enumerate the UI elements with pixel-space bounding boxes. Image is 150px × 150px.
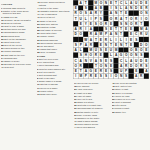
grid-cell[interactable]: N xyxy=(134,53,139,58)
grid-cell[interactable]: A xyxy=(144,69,149,74)
black-cell xyxy=(94,27,99,32)
grid-cell[interactable]: R xyxy=(94,11,99,16)
clue-text: Tiny amount xyxy=(77,85,89,87)
grid-cell[interactable]: T xyxy=(94,37,99,42)
grid-cell[interactable]: P xyxy=(78,42,83,47)
grid-cell[interactable]: A xyxy=(83,42,88,47)
grid-cell[interactable]: S xyxy=(94,21,99,26)
clue-text: Shade of beige xyxy=(4,60,19,62)
grid-cell[interactable]: R xyxy=(124,63,129,68)
grid-cell[interactable]: A xyxy=(114,53,119,58)
clue-text: Painters' cloths xyxy=(40,26,55,28)
clue-text: Study of light xyxy=(115,88,128,90)
grid-cell[interactable]: O xyxy=(78,11,83,16)
clue-column-3: 17 Green film on a pond18 Tiny amount23 … xyxy=(74,82,111,149)
clue-text: First name at Giverny xyxy=(40,29,62,31)
grid-cell[interactable]: A xyxy=(119,63,124,68)
clue-text: Touch of paint xyxy=(115,107,129,109)
grid-cell[interactable]: E xyxy=(73,6,78,11)
grid-cell[interactable]: O xyxy=(129,53,134,58)
grid-cell[interactable]: M xyxy=(88,48,93,53)
clue-text: Leaper on a lily pad xyxy=(115,98,135,100)
grid-cell[interactable]: E xyxy=(99,37,104,42)
black-cell xyxy=(83,32,88,37)
clue-text: Like plein-air painting xyxy=(115,82,136,84)
grid-cell[interactable]: S xyxy=(134,37,139,42)
grid-cell[interactable]: C xyxy=(119,0,124,5)
grid-cell[interactable]: U xyxy=(144,32,149,37)
grid-cell[interactable]: R xyxy=(134,16,139,21)
grid-cell[interactable]: A xyxy=(88,11,93,16)
grid-cell[interactable]: S xyxy=(109,69,114,74)
clue-text: Burning passions xyxy=(40,39,57,41)
grid-cell[interactable]: L xyxy=(124,58,129,63)
clue-item: 13 Draw once more xyxy=(37,93,72,96)
clue-text: Spot for a koi pond xyxy=(39,58,58,60)
grid-cell[interactable]: R xyxy=(104,21,109,26)
clue-text: Contents of a paint tube xyxy=(77,104,101,106)
grid-cell[interactable]: U xyxy=(119,69,124,74)
clue-text: Parlor bench for two xyxy=(4,47,24,49)
grid-cell[interactable]: R xyxy=(73,11,78,16)
black-cell xyxy=(144,21,149,26)
grid-cell[interactable]: C xyxy=(119,58,124,63)
grid-cell[interactable]: N xyxy=(104,0,109,5)
black-cell xyxy=(124,48,129,53)
black-cell xyxy=(104,53,109,58)
grid-cell[interactable]: E xyxy=(124,27,129,32)
grid-cell[interactable]: S xyxy=(144,63,149,68)
clue-text: Blot on the landscape xyxy=(4,38,26,40)
clue-text: Lily pad setting xyxy=(39,61,54,63)
grid-cell[interactable]: E xyxy=(129,27,134,32)
grid-cell[interactable]: R xyxy=(104,37,109,42)
black-cell xyxy=(73,53,78,58)
grid-cell[interactable]: C xyxy=(134,32,139,37)
clue-text: Calm blue waters xyxy=(40,23,58,25)
clue-text: Deep sea shades xyxy=(77,126,95,128)
black-cell xyxy=(114,58,119,63)
grid-cell[interactable]: E xyxy=(99,53,104,58)
black-cell xyxy=(83,63,88,68)
grid-cell[interactable]: S xyxy=(99,58,104,63)
black-cell xyxy=(78,37,83,42)
clue-text: Notes of the scale xyxy=(40,7,58,9)
grid-cell[interactable]: I xyxy=(83,27,88,32)
grid-cell[interactable]: L xyxy=(119,37,124,42)
grid-cell[interactable]: D xyxy=(139,42,144,47)
grid-cell[interactable]: E xyxy=(144,0,149,5)
grid-cell[interactable]: S xyxy=(73,42,78,47)
grid-cell[interactable]: L xyxy=(83,16,88,21)
grid-cell[interactable]: T xyxy=(94,63,99,68)
grid-cell[interactable]: U xyxy=(78,16,83,21)
clue-text: Running wild xyxy=(4,57,17,59)
grid-cell[interactable]: D xyxy=(134,6,139,11)
clue-text: What a salon shows xyxy=(77,120,97,122)
black-cell xyxy=(144,53,149,58)
clue-text: Friendly accord between nations xyxy=(39,1,65,6)
grid-cell[interactable]: A xyxy=(124,6,129,11)
clue-text: Stand in a studio xyxy=(77,101,94,103)
grid-cell[interactable]: S xyxy=(99,48,104,53)
clue-text: Up and about xyxy=(40,45,54,47)
grid-cell[interactable]: E xyxy=(88,21,93,26)
grid-cell[interactable]: R xyxy=(88,74,93,79)
grid-cell[interactable]: L xyxy=(78,48,83,53)
black-cell xyxy=(83,48,88,53)
grid-cell[interactable]: E xyxy=(134,69,139,74)
grid-cell[interactable]: O xyxy=(99,21,104,26)
across-clues-part2-and-down-start: 43 Friendly accord between nations44 Not… xyxy=(37,1,72,96)
grid-cell[interactable]: A xyxy=(144,27,149,32)
grid-cell[interactable]: O xyxy=(144,16,149,21)
black-cell xyxy=(88,0,93,5)
grid-cell[interactable]: U xyxy=(134,58,139,63)
clue-text: Shimmer on the water xyxy=(77,117,99,119)
grid-cell[interactable]: N xyxy=(114,11,119,16)
clue-text: Open display shelves xyxy=(40,42,62,44)
grid-cell[interactable]: M xyxy=(78,74,83,79)
grid-cell[interactable]: I xyxy=(109,6,114,11)
grid-cell[interactable]: E xyxy=(144,48,149,53)
grid-cell[interactable]: E xyxy=(78,21,83,26)
clue-text: Morning lawn droplets xyxy=(3,6,25,8)
grid-cell[interactable]: H xyxy=(83,53,88,58)
grid-cell[interactable]: M xyxy=(139,27,144,32)
grid-cell[interactable]: E xyxy=(104,48,109,53)
clue-text: Cost to play a hand xyxy=(4,25,24,27)
clue-item: 68 Gold, in Madrid xyxy=(37,51,72,54)
clue-text: Time of heavy rains xyxy=(77,114,97,116)
grid-cell[interactable]: T xyxy=(139,21,144,26)
black-cell xyxy=(99,27,104,32)
grid-cell[interactable]: A xyxy=(83,69,88,74)
grid-cell[interactable]: M xyxy=(99,32,104,37)
grid-cell[interactable]: O xyxy=(129,48,134,53)
grid-cell[interactable]: D xyxy=(139,58,144,63)
grid-cell[interactable]: O xyxy=(129,21,134,26)
grid-cell[interactable]: S xyxy=(78,53,83,58)
grid-cell[interactable]: R xyxy=(139,32,144,37)
grid-cell[interactable]: A xyxy=(119,16,124,21)
clue-text: Wood for a frame xyxy=(40,87,57,89)
grid-cell[interactable]: N xyxy=(124,21,129,26)
grid-cell[interactable]: I xyxy=(88,16,93,21)
grid-cell[interactable]: E xyxy=(109,63,114,68)
clue-text: Gangster Capone and others xyxy=(40,10,69,12)
grid-cell[interactable]: T xyxy=(114,0,119,5)
clue-text: Genuine, as an old master xyxy=(4,19,31,21)
grid-cell[interactable]: M xyxy=(114,48,119,53)
grid-cell[interactable]: O xyxy=(88,53,93,58)
grid-cell[interactable]: A xyxy=(73,48,78,53)
grid-cell[interactable]: W xyxy=(83,37,88,42)
grid-cell[interactable]: P xyxy=(124,69,129,74)
grid-cell[interactable]: E xyxy=(73,69,78,74)
clue-text: Marks that linger xyxy=(40,48,57,50)
clue-text: Neither good nor bad xyxy=(4,28,25,30)
grid-cell[interactable]: S xyxy=(124,74,129,79)
clue-text: Gym bout xyxy=(4,66,14,68)
grid-cell[interactable]: A xyxy=(134,74,139,79)
black-cell xyxy=(139,69,144,74)
grid-cell[interactable]: S xyxy=(104,74,109,79)
clue-item: 41 Gym bout xyxy=(1,66,36,69)
grid-cell[interactable]: E xyxy=(94,69,99,74)
grid-cell[interactable]: E xyxy=(104,58,109,63)
clue-text: Away from here xyxy=(77,88,93,90)
grid-cell[interactable]: R xyxy=(94,53,99,58)
clue-text: Snort from a sty xyxy=(4,41,20,43)
grid-cell[interactable]: T xyxy=(109,42,114,47)
grid-cell[interactable]: R xyxy=(88,42,93,47)
grid-cell[interactable]: T xyxy=(119,27,124,32)
grid-cell[interactable]: N xyxy=(144,11,149,16)
clue-text: Mast on a ship xyxy=(77,92,92,94)
clue-text: Single pass of a brush xyxy=(39,80,61,82)
grid-cell[interactable]: C xyxy=(73,58,78,63)
grid-cell[interactable]: O xyxy=(78,32,83,37)
grid-cell[interactable]: S xyxy=(104,27,109,32)
grid-cell[interactable]: A xyxy=(109,11,114,16)
clue-item: 44 Deep sea shades xyxy=(74,126,111,129)
black-cell xyxy=(114,63,119,68)
grid-cell[interactable]: A xyxy=(78,58,83,63)
grid-cell[interactable]: R xyxy=(99,69,104,74)
grid-cell[interactable]: N xyxy=(104,63,109,68)
grid-cell[interactable]: N xyxy=(114,32,119,37)
grid-cell[interactable]: E xyxy=(129,42,134,47)
grid-cell[interactable]: E xyxy=(139,6,144,11)
clue-text: Mom's nickname xyxy=(4,50,21,52)
black-cell xyxy=(114,69,119,74)
clue-text: Eggs in a lab xyxy=(4,16,17,18)
grid-cell[interactable]: A xyxy=(109,32,114,37)
clue-text: Painter of the pond scene hidden in this… xyxy=(3,10,29,15)
black-cell xyxy=(104,11,109,16)
grid-cell[interactable]: L xyxy=(109,37,114,42)
grid-cell[interactable]: O xyxy=(99,0,104,5)
grid-cell[interactable]: O xyxy=(124,53,129,58)
grid-cell[interactable]: A xyxy=(129,0,134,5)
grid-cell[interactable]: A xyxy=(88,37,93,42)
grid-cell[interactable]: E xyxy=(99,42,104,47)
clue-text: Just right for the role xyxy=(4,54,25,56)
grid-cell[interactable]: N xyxy=(104,42,109,47)
grid-cell[interactable]: R xyxy=(139,63,144,68)
black-cell xyxy=(124,32,129,37)
black-cell xyxy=(114,21,119,26)
black-cell xyxy=(104,16,109,21)
grid-cell[interactable]: S xyxy=(99,74,104,79)
grid-cell[interactable]: A xyxy=(94,58,99,63)
clue-text: Blooms on a Giverny pond xyxy=(4,63,31,65)
grid-cell[interactable]: O xyxy=(109,16,114,21)
grid-cell[interactable]: S xyxy=(119,21,124,26)
clue-text: Spring garden bulbs xyxy=(4,31,24,33)
grid-cell[interactable]: R xyxy=(114,16,119,21)
grid-cell[interactable]: E xyxy=(144,58,149,63)
down-clues-part3: 45 Like plein-air painting48 Soft, muted… xyxy=(112,82,149,113)
grid-cell[interactable]: S xyxy=(139,53,144,58)
grid-cell[interactable]: A xyxy=(94,6,99,11)
black-cell xyxy=(78,6,83,11)
clue-text: Wood for oars xyxy=(115,95,129,97)
grid-cell[interactable]: R xyxy=(78,63,83,68)
black-cell xyxy=(73,0,78,5)
grid-cell[interactable]: T xyxy=(83,0,88,5)
grid-cell[interactable]: G xyxy=(88,69,93,74)
grid-cell[interactable]: E xyxy=(104,69,109,74)
grid-cell[interactable]: U xyxy=(134,0,139,5)
grid-cell[interactable]: T xyxy=(78,69,83,74)
grid-cell[interactable]: S xyxy=(114,6,119,11)
clue-text: Opening night at a gallery xyxy=(77,107,103,109)
clue-text: Word with either xyxy=(40,32,56,34)
grid-cell[interactable]: T xyxy=(124,42,129,47)
clue-text: Draw once more xyxy=(40,93,57,95)
grid-cell[interactable]: B xyxy=(99,6,104,11)
grid-cell[interactable]: A xyxy=(94,32,99,37)
grid-cell[interactable]: V xyxy=(88,58,93,63)
clue-text: Little brook xyxy=(115,104,126,106)
grid-cell[interactable]: I xyxy=(139,16,144,21)
clue-text: Dutch painter of note xyxy=(77,111,98,113)
clue-column-2: 43 Friendly accord between nations44 Not… xyxy=(37,1,72,149)
grid-cell[interactable]: Y xyxy=(99,11,104,16)
grid-cell[interactable]: N xyxy=(119,74,124,79)
clue-text: Muscle quality xyxy=(40,35,54,37)
grid-cell[interactable]: L xyxy=(109,53,114,58)
grid-cell[interactable]: E xyxy=(129,37,134,42)
grid-cell[interactable]: O xyxy=(139,11,144,16)
grid-cell[interactable]: I xyxy=(109,74,114,79)
grid-cell[interactable]: T xyxy=(119,11,124,16)
black-cell xyxy=(129,11,134,16)
grid-cell[interactable]: M xyxy=(94,0,99,5)
grid-cell[interactable]: E xyxy=(129,32,134,37)
grid-cell[interactable]: S xyxy=(99,16,104,21)
grid-cell[interactable]: U xyxy=(109,48,114,53)
black-cell xyxy=(88,63,93,68)
grid-cell[interactable]: U xyxy=(94,48,99,53)
clue-text: Well out to sea xyxy=(77,98,92,100)
grid-cell[interactable]: D xyxy=(129,63,134,68)
grid-cell[interactable]: O xyxy=(73,63,78,68)
grid-cell[interactable]: T xyxy=(119,32,124,37)
clue-text: Public outcry xyxy=(40,90,53,92)
grid-cell[interactable]: T xyxy=(114,27,119,32)
grid-cell[interactable]: R xyxy=(78,27,83,32)
grid-cell[interactable]: I xyxy=(124,37,129,42)
clue-text: Glint of sunlight xyxy=(115,101,131,103)
grid-cell[interactable]: I xyxy=(114,37,119,42)
grid-cell[interactable]: E xyxy=(124,11,129,16)
black-cell xyxy=(144,37,149,42)
clue-column-1: ACROSS1 Morning lawn droplets3 Painter o… xyxy=(1,1,36,149)
grid-cell[interactable]: D xyxy=(139,0,144,5)
grid-cell[interactable]: T xyxy=(124,16,129,21)
grid-cell[interactable]: L xyxy=(119,6,124,11)
grid-cell[interactable]: P xyxy=(94,16,99,21)
grid-cell[interactable]: S xyxy=(109,58,114,63)
grid-cell[interactable]: N xyxy=(119,42,124,47)
grid-cell[interactable]: O xyxy=(99,63,104,68)
black-cell xyxy=(139,37,144,42)
grid-cell[interactable]: T xyxy=(73,16,78,21)
clue-column-4: 45 Like plein-air painting48 Soft, muted… xyxy=(112,82,149,149)
black-cell xyxy=(129,74,134,79)
grid-cell[interactable]: S xyxy=(83,6,88,11)
grid-cell[interactable]: A xyxy=(129,58,134,63)
grid-cell[interactable]: S xyxy=(83,11,88,16)
grid-cell[interactable]: O xyxy=(139,48,144,53)
grid-cell[interactable]: R xyxy=(134,21,139,26)
clue-text: Big choral work xyxy=(4,35,19,37)
grid-cell[interactable]: N xyxy=(83,58,88,63)
grid-cell[interactable]: Y xyxy=(83,21,88,26)
black-cell xyxy=(134,42,139,47)
black-cell xyxy=(94,42,99,47)
grid-cell[interactable]: A xyxy=(78,0,83,5)
grid-cell[interactable]: O xyxy=(114,74,119,79)
grid-cell[interactable]: R xyxy=(144,6,149,11)
grid-cell[interactable]: P xyxy=(104,32,109,37)
grid-cell[interactable]: E xyxy=(94,74,99,79)
clue-text: Shady tree xyxy=(115,111,126,113)
grid-cell[interactable]: A xyxy=(88,27,93,32)
clue-text: Soft, muted tone xyxy=(115,85,132,87)
grid-cell[interactable]: L xyxy=(124,0,129,5)
grid-cell[interactable]: E xyxy=(109,21,114,26)
grid-cell[interactable]: O xyxy=(129,16,134,21)
grid-cell[interactable]: P xyxy=(83,74,88,79)
black-cell xyxy=(134,27,139,32)
grid-cell[interactable]: D xyxy=(73,32,78,37)
clue-text: Edge of the sea xyxy=(40,20,56,22)
grid-cell[interactable]: I xyxy=(73,74,78,79)
grid-cell[interactable]: R xyxy=(88,32,93,37)
clue-text: Reed in the pit xyxy=(40,16,55,18)
black-cell xyxy=(119,48,124,53)
clue-text: Soft morning light xyxy=(39,74,57,76)
grid-cell[interactable]: A xyxy=(73,27,78,32)
grid-cell[interactable]: B xyxy=(134,48,139,53)
grid-cell[interactable]: E xyxy=(109,0,114,5)
black-cell xyxy=(144,74,149,79)
grid-cell[interactable]: E xyxy=(114,42,119,47)
clue-text: River through Paris xyxy=(39,64,58,66)
clue-item: 3 Painter of the pond scene hidden in th… xyxy=(1,10,36,15)
clue-text: Stretch of canvas xyxy=(40,83,58,85)
grid-cell[interactable]: N xyxy=(129,6,134,11)
grid-cell[interactable]: O xyxy=(134,63,139,68)
black-cell xyxy=(88,6,93,11)
grid-cell[interactable]: R xyxy=(139,74,144,79)
clue-text: Hall of canvases xyxy=(40,13,57,15)
clue-text: Gold, in Madrid xyxy=(40,51,55,53)
black-cell xyxy=(73,21,78,26)
grid-cell[interactable]: O xyxy=(144,42,149,47)
grid-cell[interactable]: G xyxy=(119,53,124,58)
clue-item: 43 Friendly accord between nations xyxy=(37,1,72,6)
black-cell xyxy=(129,69,134,74)
down-clues-part2: 17 Green film on a pond18 Tiny amount23 … xyxy=(74,82,111,129)
grid-cell[interactable]: E xyxy=(109,27,114,32)
clue-text: Monet's flower garden site xyxy=(39,68,65,70)
clue-text: Haze at dawn xyxy=(77,95,91,97)
